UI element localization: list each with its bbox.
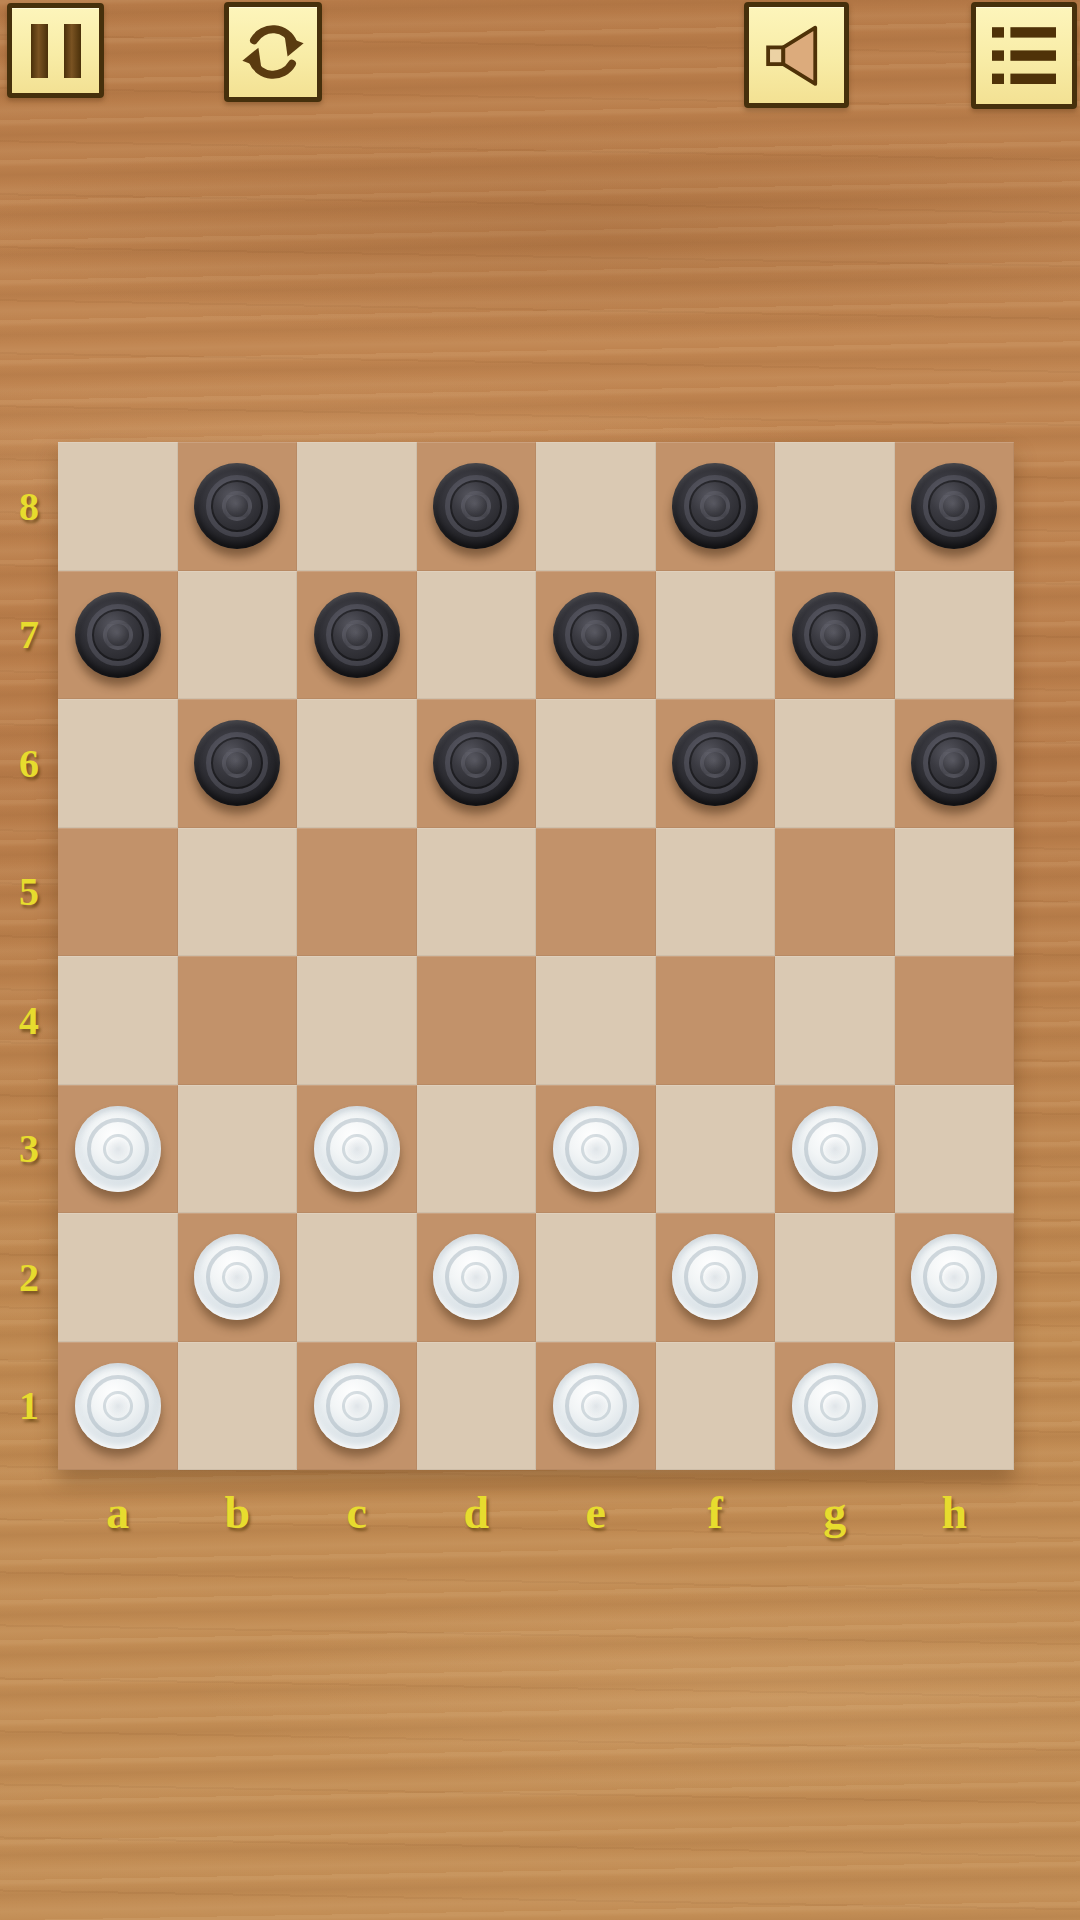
square-d8[interactable] <box>417 442 537 571</box>
rank-label-8: 8 <box>0 442 58 571</box>
square-f2[interactable] <box>656 1213 776 1342</box>
file-label-g: g <box>775 1474 895 1550</box>
piece-black-man[interactable] <box>911 463 997 549</box>
square-g8[interactable] <box>775 442 895 571</box>
file-labels: abcdefgh <box>58 1474 1014 1550</box>
square-e6[interactable] <box>536 699 656 828</box>
square-e3[interactable] <box>536 1085 656 1214</box>
file-label-a: a <box>58 1474 178 1550</box>
square-b3[interactable] <box>178 1085 298 1214</box>
square-h6[interactable] <box>895 699 1015 828</box>
piece-black-man[interactable] <box>433 463 519 549</box>
square-e1[interactable] <box>536 1342 656 1471</box>
piece-white-man[interactable] <box>194 1234 280 1320</box>
menu-list-icon <box>984 16 1064 96</box>
square-b1[interactable] <box>178 1342 298 1471</box>
square-a4[interactable] <box>58 956 178 1085</box>
square-d1[interactable] <box>417 1342 537 1471</box>
sound-button[interactable] <box>744 2 849 108</box>
square-d6[interactable] <box>417 699 537 828</box>
square-a3[interactable] <box>58 1085 178 1214</box>
square-f6[interactable] <box>656 699 776 828</box>
square-h1[interactable] <box>895 1342 1015 1471</box>
square-f8[interactable] <box>656 442 776 571</box>
square-g4[interactable] <box>775 956 895 1085</box>
piece-white-man[interactable] <box>75 1363 161 1449</box>
file-label-b: b <box>178 1474 298 1550</box>
square-e5[interactable] <box>536 828 656 957</box>
square-c1[interactable] <box>297 1342 417 1471</box>
rank-label-4: 4 <box>0 956 58 1085</box>
square-b8[interactable] <box>178 442 298 571</box>
piece-black-man[interactable] <box>553 592 639 678</box>
restart-button[interactable] <box>224 2 322 102</box>
square-h8[interactable] <box>895 442 1015 571</box>
square-c3[interactable] <box>297 1085 417 1214</box>
square-b4[interactable] <box>178 956 298 1085</box>
piece-black-man[interactable] <box>194 720 280 806</box>
rank-label-1: 1 <box>0 1342 58 1471</box>
square-h5[interactable] <box>895 828 1015 957</box>
square-c5[interactable] <box>297 828 417 957</box>
square-f4[interactable] <box>656 956 776 1085</box>
square-h2[interactable] <box>895 1213 1015 1342</box>
rank-label-7: 7 <box>0 571 58 700</box>
piece-white-man[interactable] <box>672 1234 758 1320</box>
speaker-icon <box>759 17 835 93</box>
square-d2[interactable] <box>417 1213 537 1342</box>
file-label-d: d <box>417 1474 537 1550</box>
file-label-h: h <box>895 1474 1015 1550</box>
square-h3[interactable] <box>895 1085 1015 1214</box>
file-label-f: f <box>656 1474 776 1550</box>
piece-white-man[interactable] <box>314 1106 400 1192</box>
piece-white-man[interactable] <box>314 1363 400 1449</box>
square-c2[interactable] <box>297 1213 417 1342</box>
piece-black-man[interactable] <box>792 592 878 678</box>
restart-icon <box>238 17 308 87</box>
rank-label-6: 6 <box>0 699 58 828</box>
square-f5[interactable] <box>656 828 776 957</box>
square-e4[interactable] <box>536 956 656 1085</box>
square-d4[interactable] <box>417 956 537 1085</box>
square-f3[interactable] <box>656 1085 776 1214</box>
piece-white-man[interactable] <box>792 1363 878 1449</box>
square-e7[interactable] <box>536 571 656 700</box>
piece-black-man[interactable] <box>75 592 161 678</box>
square-c8[interactable] <box>297 442 417 571</box>
square-g2[interactable] <box>775 1213 895 1342</box>
square-a8[interactable] <box>58 442 178 571</box>
square-g3[interactable] <box>775 1085 895 1214</box>
rank-label-3: 3 <box>0 1085 58 1214</box>
piece-black-man[interactable] <box>314 592 400 678</box>
square-h7[interactable] <box>895 571 1015 700</box>
square-a1[interactable] <box>58 1342 178 1471</box>
menu-button[interactable] <box>971 2 1077 109</box>
square-b5[interactable] <box>178 828 298 957</box>
square-h4[interactable] <box>895 956 1015 1085</box>
square-e8[interactable] <box>536 442 656 571</box>
piece-white-man[interactable] <box>433 1234 519 1320</box>
square-g1[interactable] <box>775 1342 895 1471</box>
piece-white-man[interactable] <box>553 1363 639 1449</box>
square-g6[interactable] <box>775 699 895 828</box>
square-c6[interactable] <box>297 699 417 828</box>
square-e2[interactable] <box>536 1213 656 1342</box>
square-a6[interactable] <box>58 699 178 828</box>
pause-button[interactable] <box>7 3 104 98</box>
piece-black-man[interactable] <box>911 720 997 806</box>
piece-white-man[interactable] <box>792 1106 878 1192</box>
square-f1[interactable] <box>656 1342 776 1471</box>
square-f7[interactable] <box>656 571 776 700</box>
square-a7[interactable] <box>58 571 178 700</box>
square-b7[interactable] <box>178 571 298 700</box>
file-label-c: c <box>297 1474 417 1550</box>
rank-labels: 87654321 <box>0 442 58 1470</box>
piece-white-man[interactable] <box>911 1234 997 1320</box>
square-d3[interactable] <box>417 1085 537 1214</box>
rank-label-5: 5 <box>0 828 58 957</box>
square-d5[interactable] <box>417 828 537 957</box>
piece-black-man[interactable] <box>672 720 758 806</box>
square-b2[interactable] <box>178 1213 298 1342</box>
piece-white-man[interactable] <box>553 1106 639 1192</box>
rank-label-2: 2 <box>0 1213 58 1342</box>
file-label-e: e <box>536 1474 656 1550</box>
piece-black-man[interactable] <box>433 720 519 806</box>
square-a5[interactable] <box>58 828 178 957</box>
piece-black-man[interactable] <box>194 463 280 549</box>
square-d7[interactable] <box>417 571 537 700</box>
piece-white-man[interactable] <box>75 1106 161 1192</box>
square-c4[interactable] <box>297 956 417 1085</box>
square-b6[interactable] <box>178 699 298 828</box>
checkers-board <box>58 442 1014 1470</box>
piece-black-man[interactable] <box>672 463 758 549</box>
square-g5[interactable] <box>775 828 895 957</box>
square-g7[interactable] <box>775 571 895 700</box>
square-a2[interactable] <box>58 1213 178 1342</box>
square-c7[interactable] <box>297 571 417 700</box>
pause-icon <box>23 24 89 78</box>
